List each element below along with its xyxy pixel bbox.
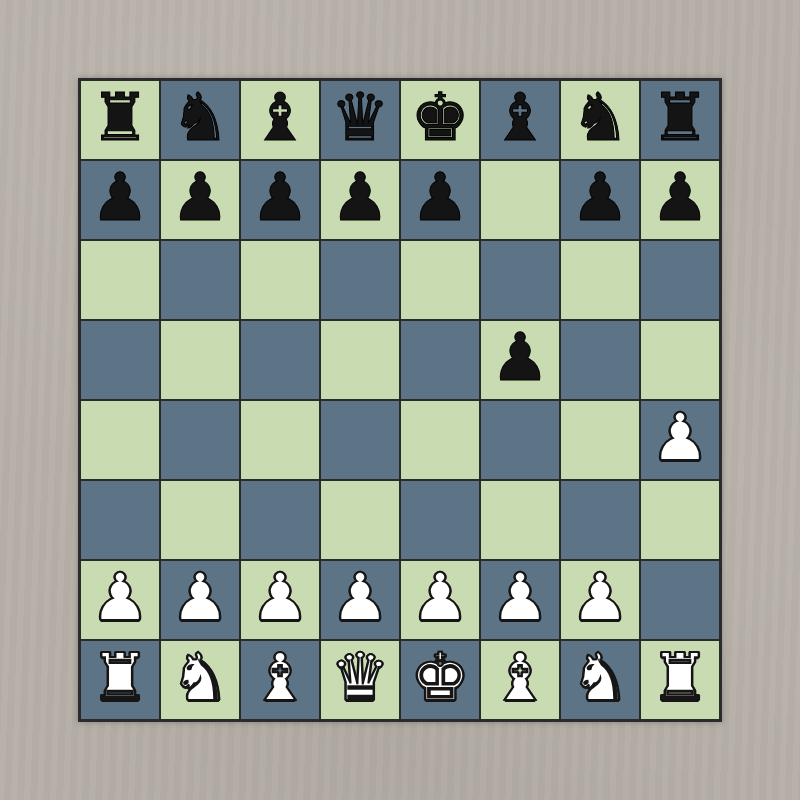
square-a5[interactable] (81, 321, 159, 399)
piece-white-bishop[interactable]: ♝︎ (490, 639, 549, 717)
square-h4[interactable]: ♟︎ (641, 401, 719, 479)
piece-white-pawn[interactable]: ♟︎ (330, 559, 389, 637)
piece-white-knight[interactable]: ♞︎ (170, 639, 229, 717)
piece-black-pawn[interactable]: ♟︎ (250, 159, 309, 237)
square-h1[interactable]: ♜︎ (641, 641, 719, 719)
square-d8[interactable]: ♛︎ (321, 81, 399, 159)
square-d3[interactable] (321, 481, 399, 559)
square-f1[interactable]: ♝︎ (481, 641, 559, 719)
piece-white-queen[interactable]: ♛︎ (330, 639, 389, 717)
square-b7[interactable]: ♟︎ (161, 161, 239, 239)
square-c7[interactable]: ♟︎ (241, 161, 319, 239)
square-e5[interactable] (401, 321, 479, 399)
square-g4[interactable] (561, 401, 639, 479)
square-f6[interactable] (481, 241, 559, 319)
square-g8[interactable]: ♞︎ (561, 81, 639, 159)
square-e7[interactable]: ♟︎ (401, 161, 479, 239)
square-b1[interactable]: ♞︎ (161, 641, 239, 719)
square-h3[interactable] (641, 481, 719, 559)
piece-white-knight[interactable]: ♞︎ (570, 639, 629, 717)
square-c6[interactable] (241, 241, 319, 319)
square-a1[interactable]: ♜︎ (81, 641, 159, 719)
square-c2[interactable]: ♟︎ (241, 561, 319, 639)
square-h2[interactable] (641, 561, 719, 639)
piece-white-pawn[interactable]: ♟︎ (250, 559, 309, 637)
piece-black-pawn[interactable]: ♟︎ (170, 159, 229, 237)
square-b6[interactable] (161, 241, 239, 319)
square-a8[interactable]: ♜︎ (81, 81, 159, 159)
square-b3[interactable] (161, 481, 239, 559)
square-h5[interactable] (641, 321, 719, 399)
piece-black-bishop[interactable]: ♝︎ (250, 79, 309, 157)
piece-black-rook[interactable]: ♜︎ (90, 79, 149, 157)
piece-black-king[interactable]: ♚︎ (410, 79, 469, 157)
square-g7[interactable]: ♟︎ (561, 161, 639, 239)
square-f4[interactable] (481, 401, 559, 479)
square-f3[interactable] (481, 481, 559, 559)
piece-black-pawn[interactable]: ♟︎ (330, 159, 389, 237)
piece-white-pawn[interactable]: ♟︎ (570, 559, 629, 637)
square-d4[interactable] (321, 401, 399, 479)
square-b8[interactable]: ♞︎ (161, 81, 239, 159)
square-g5[interactable] (561, 321, 639, 399)
piece-white-rook[interactable]: ♜︎ (650, 639, 709, 717)
piece-white-bishop[interactable]: ♝︎ (250, 639, 309, 717)
square-e3[interactable] (401, 481, 479, 559)
square-g6[interactable] (561, 241, 639, 319)
square-e2[interactable]: ♟︎ (401, 561, 479, 639)
piece-black-knight[interactable]: ♞︎ (170, 79, 229, 157)
square-a7[interactable]: ♟︎ (81, 161, 159, 239)
piece-white-rook[interactable]: ♜︎ (90, 639, 149, 717)
square-e1[interactable]: ♚︎ (401, 641, 479, 719)
square-d7[interactable]: ♟︎ (321, 161, 399, 239)
square-e6[interactable] (401, 241, 479, 319)
piece-black-pawn[interactable]: ♟︎ (490, 319, 549, 397)
square-g3[interactable] (561, 481, 639, 559)
square-c5[interactable] (241, 321, 319, 399)
square-a2[interactable]: ♟︎ (81, 561, 159, 639)
square-b4[interactable] (161, 401, 239, 479)
piece-black-pawn[interactable]: ♟︎ (650, 159, 709, 237)
square-c3[interactable] (241, 481, 319, 559)
square-c4[interactable] (241, 401, 319, 479)
square-e8[interactable]: ♚︎ (401, 81, 479, 159)
piece-black-knight[interactable]: ♞︎ (570, 79, 629, 157)
piece-white-pawn[interactable]: ♟︎ (490, 559, 549, 637)
square-b5[interactable] (161, 321, 239, 399)
piece-white-pawn[interactable]: ♟︎ (410, 559, 469, 637)
square-d5[interactable] (321, 321, 399, 399)
square-h7[interactable]: ♟︎ (641, 161, 719, 239)
piece-black-queen[interactable]: ♛︎ (330, 79, 389, 157)
square-g2[interactable]: ♟︎ (561, 561, 639, 639)
square-e4[interactable] (401, 401, 479, 479)
square-h6[interactable] (641, 241, 719, 319)
square-d2[interactable]: ♟︎ (321, 561, 399, 639)
piece-white-pawn[interactable]: ♟︎ (90, 559, 149, 637)
square-d1[interactable]: ♛︎ (321, 641, 399, 719)
square-b2[interactable]: ♟︎ (161, 561, 239, 639)
piece-black-bishop[interactable]: ♝︎ (490, 79, 549, 157)
piece-black-pawn[interactable]: ♟︎ (570, 159, 629, 237)
square-g1[interactable]: ♞︎ (561, 641, 639, 719)
chess-board: ♜︎♞︎♝︎♛︎♚︎♝︎♞︎♜︎♟︎♟︎♟︎♟︎♟︎♟︎♟︎♟︎♟︎♟︎♟︎♟︎… (78, 78, 722, 722)
piece-white-pawn[interactable]: ♟︎ (650, 399, 709, 477)
square-a6[interactable] (81, 241, 159, 319)
piece-white-pawn[interactable]: ♟︎ (170, 559, 229, 637)
square-d6[interactable] (321, 241, 399, 319)
piece-white-king[interactable]: ♚︎ (410, 639, 469, 717)
square-f5[interactable]: ♟︎ (481, 321, 559, 399)
piece-black-pawn[interactable]: ♟︎ (90, 159, 149, 237)
square-a3[interactable] (81, 481, 159, 559)
square-f8[interactable]: ♝︎ (481, 81, 559, 159)
square-f2[interactable]: ♟︎ (481, 561, 559, 639)
piece-black-pawn[interactable]: ♟︎ (410, 159, 469, 237)
piece-black-rook[interactable]: ♜︎ (650, 79, 709, 157)
square-c1[interactable]: ♝︎ (241, 641, 319, 719)
square-a4[interactable] (81, 401, 159, 479)
square-f7[interactable] (481, 161, 559, 239)
square-h8[interactable]: ♜︎ (641, 81, 719, 159)
square-c8[interactable]: ♝︎ (241, 81, 319, 159)
